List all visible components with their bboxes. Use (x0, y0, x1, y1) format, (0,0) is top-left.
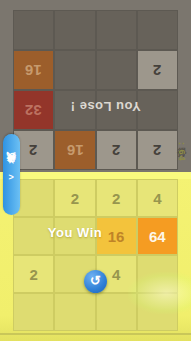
tile-2: 2 (14, 256, 53, 292)
tile-2: 2 (97, 131, 136, 169)
opponent-panel: 1623221622 You Lose ! (0, 0, 191, 172)
tile-value: 4 (153, 190, 161, 207)
tile-2: 2 (138, 51, 177, 89)
empty-cell (138, 294, 177, 330)
single-player-mode-label: <单人模式 (5, 167, 18, 182)
empty-cell (97, 51, 136, 89)
opponent-board[interactable]: 1623221622 (13, 10, 178, 170)
bottom-edge-line (0, 333, 191, 335)
tile-value: 2 (71, 190, 79, 207)
tile-value: 16 (67, 142, 84, 159)
empty-cell (14, 294, 53, 330)
game-screen: 1623221622 You Lose ! 224166424 You Win … (0, 0, 191, 341)
tile-2: 2 (97, 180, 136, 216)
undo-arrow-icon: ↺ (84, 269, 107, 292)
undo-button[interactable]: ↺ (84, 270, 107, 293)
score-value: : 64 (177, 142, 187, 162)
tile-16: 16 (14, 51, 53, 89)
tile-4: 4 (138, 180, 177, 216)
single-player-mode-tab[interactable]: <单人模式 (3, 134, 20, 215)
empty-cell (138, 256, 177, 292)
lose-message: You Lose ! (0, 99, 191, 114)
win-message: You Win (0, 225, 150, 240)
tile-value: 2 (29, 142, 37, 159)
tile-value: 4 (112, 266, 120, 283)
empty-cell (14, 11, 53, 49)
empty-cell (97, 294, 136, 330)
empty-cell (55, 294, 94, 330)
tile-value: 2 (29, 266, 37, 283)
tile-value: 2 (112, 142, 120, 159)
player-board[interactable]: 224166424 (13, 179, 178, 331)
panel-divider-highlight (0, 172, 191, 179)
tile-value: 16 (25, 62, 42, 79)
tile-2: 2 (138, 131, 177, 169)
player-panel: 224166424 You Win (0, 172, 191, 341)
tile-value: 2 (112, 190, 120, 207)
tile-value: 2 (153, 62, 161, 79)
empty-cell (55, 11, 94, 49)
score-label: 得分 : 64 (175, 140, 188, 210)
empty-cell (55, 51, 94, 89)
tile-value: 2 (153, 142, 161, 159)
tile-16: 16 (55, 131, 94, 169)
empty-cell (138, 11, 177, 49)
tile-value: 64 (149, 228, 166, 245)
tile-2: 2 (55, 180, 94, 216)
empty-cell (97, 11, 136, 49)
